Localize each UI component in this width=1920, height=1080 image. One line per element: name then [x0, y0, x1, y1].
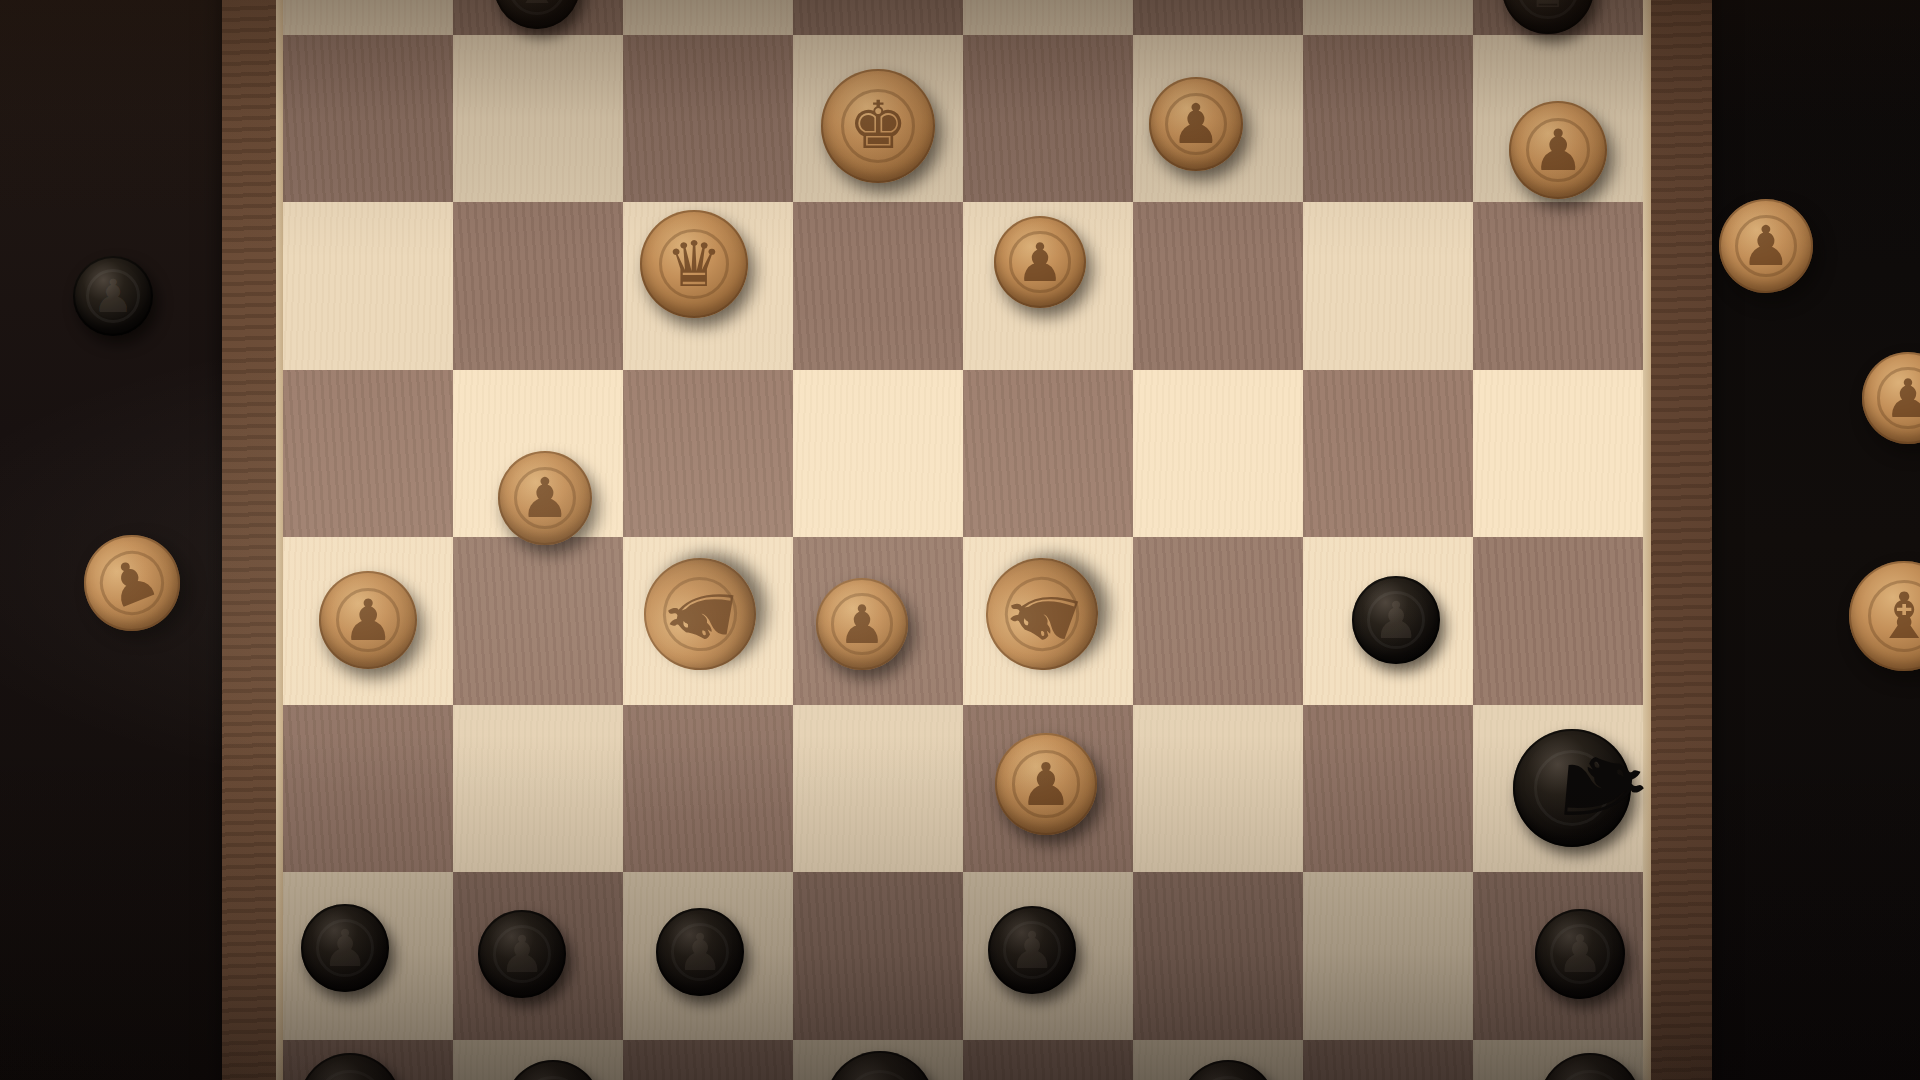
king-icon: ♚: [848, 93, 907, 159]
black-pawn-g7[interactable]: ♟: [478, 910, 566, 998]
square-b1[interactable]: [1303, 0, 1473, 35]
square-b7[interactable]: [1303, 872, 1473, 1040]
square-c7[interactable]: [1133, 872, 1303, 1040]
square-c3[interactable]: [1133, 202, 1303, 370]
pawn-icon: ♟: [1373, 595, 1419, 646]
square-g6[interactable]: [453, 705, 623, 873]
square-h3[interactable]: [283, 202, 453, 370]
rook-icon: ♜: [324, 1075, 377, 1080]
square-f2[interactable]: [623, 35, 793, 203]
square-d1[interactable]: [963, 0, 1133, 35]
square-g2[interactable]: [453, 35, 623, 203]
pawn-icon: ♟: [520, 471, 569, 526]
rook-icon: ♜: [1564, 1075, 1617, 1080]
pawn-icon: ♟: [1532, 122, 1583, 179]
white-queen-f3[interactable]: ♛: [640, 210, 748, 318]
square-b8[interactable]: [1303, 1040, 1473, 1080]
square-c6[interactable]: [1133, 705, 1303, 873]
square-e6[interactable]: [793, 705, 963, 873]
table-surface-right: [1710, 0, 1920, 1080]
black-pawn-f7[interactable]: ♟: [656, 908, 744, 996]
board-inlay-right: [1643, 0, 1651, 1080]
square-b3[interactable]: [1303, 202, 1473, 370]
king-icon: ♚: [851, 1074, 908, 1080]
pawn-icon: ♟: [838, 598, 886, 651]
pawn-icon: ♟: [1557, 928, 1604, 980]
square-e7[interactable]: [793, 872, 963, 1040]
chess-board[interactable]: [283, 0, 1643, 1080]
square-a4[interactable]: [1473, 370, 1643, 538]
pawn-icon: ♟: [1016, 236, 1064, 289]
knight-icon: ♞: [1545, 736, 1658, 839]
square-g5[interactable]: [453, 537, 623, 705]
square-c1[interactable]: [1133, 0, 1303, 35]
square-b6[interactable]: [1303, 705, 1473, 873]
board-inlay-left: [276, 0, 283, 1080]
black-pawn-captured[interactable]: ♟: [73, 256, 153, 336]
white-pawn-c2[interactable]: ♟: [1149, 77, 1243, 171]
square-g3[interactable]: [453, 202, 623, 370]
square-f4[interactable]: [623, 370, 793, 538]
square-e1[interactable]: [793, 0, 963, 35]
pawn-icon: ♟: [1171, 97, 1220, 152]
white-pawn-g4[interactable]: ♟: [498, 451, 592, 545]
square-b4[interactable]: [1303, 370, 1473, 538]
square-f6[interactable]: [623, 705, 793, 873]
pawn-icon: ♟: [1009, 925, 1055, 976]
black-knight-a6[interactable]: ♞: [1513, 729, 1631, 847]
white-pawn-d6[interactable]: ♟: [995, 733, 1097, 835]
knight-icon: ♞: [652, 569, 748, 658]
square-e3[interactable]: [793, 202, 963, 370]
pawn-icon: ♟: [98, 548, 166, 619]
pawn-icon: ♟: [1884, 372, 1920, 425]
pawn-icon: ♟: [92, 273, 133, 319]
square-c5[interactable]: [1133, 537, 1303, 705]
queen-icon: ♛: [1524, 0, 1572, 15]
square-a5[interactable]: [1473, 537, 1643, 705]
pawn-icon: ♟: [677, 927, 723, 978]
pawn-icon: ♟: [1020, 755, 1073, 814]
pawn-icon: ♟: [322, 923, 368, 974]
white-pawn-d3[interactable]: ♟: [994, 216, 1086, 308]
square-c4[interactable]: [1133, 370, 1303, 538]
white-king-e2[interactable]: ♚: [821, 69, 935, 183]
black-pawn-h7[interactable]: ♟: [301, 904, 389, 992]
pawn-icon: ♟: [499, 929, 545, 980]
pawn-icon: ♟: [342, 592, 393, 649]
queen-icon: ♛: [666, 233, 722, 296]
bishop-icon: ♝: [515, 0, 560, 11]
white-pawn-captured[interactable]: ♟: [1719, 199, 1813, 293]
white-pawn-h5[interactable]: ♟: [319, 571, 417, 669]
square-h1[interactable]: [283, 0, 453, 35]
square-e4[interactable]: [793, 370, 963, 538]
square-h2[interactable]: [283, 35, 453, 203]
white-pawn-e5[interactable]: ♟: [816, 578, 908, 670]
square-d8[interactable]: [963, 1040, 1133, 1080]
knight-icon: ♞: [989, 564, 1094, 664]
chess-photo-scene: ♚♟♟♛♟♟♟♞♟♞♟♟♞♟♟♟♟♟♝♛♜♞♚♝♜♟♟♟♟♝: [0, 0, 1920, 1080]
square-a3[interactable]: [1473, 202, 1643, 370]
square-b2[interactable]: [1303, 35, 1473, 203]
square-d2[interactable]: [963, 35, 1133, 203]
pawn-icon: ♟: [1741, 219, 1790, 274]
black-pawn-d7[interactable]: ♟: [988, 906, 1076, 994]
square-d4[interactable]: [963, 370, 1133, 538]
black-pawn-a7[interactable]: ♟: [1535, 909, 1625, 999]
square-h6[interactable]: [283, 705, 453, 873]
black-pawn-b5[interactable]: ♟: [1352, 576, 1440, 664]
square-f8[interactable]: [623, 1040, 793, 1080]
white-pawn-a2[interactable]: ♟: [1509, 101, 1607, 199]
bishop-icon: ♝: [1875, 584, 1920, 648]
square-f1[interactable]: [623, 0, 793, 35]
square-h4[interactable]: [283, 370, 453, 538]
